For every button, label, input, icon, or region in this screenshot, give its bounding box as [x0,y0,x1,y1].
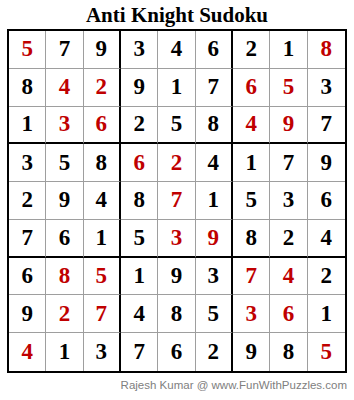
cell-r9c1: 4 [9,333,46,371]
cell-r7c8: 4 [270,258,307,296]
cell-r8c1: 9 [9,295,46,333]
cell-r1c3: 9 [84,31,121,69]
cell-r6c1: 7 [9,220,46,258]
cell-r3c5: 5 [158,107,195,145]
cell-r2c4: 9 [121,69,158,107]
cell-r5c6: 1 [196,182,233,220]
cell-r4c9: 9 [308,144,345,182]
cell-r2c7: 6 [233,69,270,107]
cell-r5c3: 4 [84,182,121,220]
cell-r7c2: 8 [46,258,83,296]
cell-r2c9: 3 [308,69,345,107]
cell-r7c3: 5 [84,258,121,296]
credit-text: Rajesh Kumar @ www.FunWithPuzzles.com [0,379,347,391]
cell-r9c8: 8 [270,333,307,371]
cell-r4c4: 6 [121,144,158,182]
cell-r7c1: 6 [9,258,46,296]
cell-r9c4: 7 [121,333,158,371]
cell-r9c3: 3 [84,333,121,371]
cell-r1c6: 6 [196,31,233,69]
cell-r3c9: 7 [308,107,345,145]
cell-r1c1: 5 [9,31,46,69]
cell-r4c7: 1 [233,144,270,182]
cell-r7c5: 9 [158,258,195,296]
cell-r6c6: 9 [196,220,233,258]
cell-r2c3: 2 [84,69,121,107]
cell-r2c6: 7 [196,69,233,107]
cell-r4c8: 7 [270,144,307,182]
cell-r3c8: 9 [270,107,307,145]
cell-r8c3: 7 [84,295,121,333]
cell-r9c5: 6 [158,333,195,371]
cell-r8c2: 2 [46,295,83,333]
cell-r7c6: 3 [196,258,233,296]
cell-r5c9: 6 [308,182,345,220]
cell-r5c7: 5 [233,182,270,220]
cell-r8c4: 4 [121,295,158,333]
cell-r9c2: 1 [46,333,83,371]
cell-r1c8: 1 [270,31,307,69]
cell-r5c5: 7 [158,182,195,220]
cell-r9c9: 5 [308,333,345,371]
cell-r5c8: 3 [270,182,307,220]
cell-r8c9: 1 [308,295,345,333]
cell-r2c8: 5 [270,69,307,107]
cell-r4c1: 3 [9,144,46,182]
puzzle-title: Anti Knight Sudoku [0,2,354,28]
cell-r2c2: 4 [46,69,83,107]
cell-r9c7: 9 [233,333,270,371]
cell-r2c5: 1 [158,69,195,107]
cell-r3c1: 1 [9,107,46,145]
cell-r3c2: 3 [46,107,83,145]
cell-r6c3: 1 [84,220,121,258]
cell-r6c7: 8 [233,220,270,258]
cell-r7c7: 7 [233,258,270,296]
cell-r6c4: 5 [121,220,158,258]
cell-r7c9: 2 [308,258,345,296]
cell-r4c6: 4 [196,144,233,182]
cell-r8c7: 3 [233,295,270,333]
cell-r1c9: 8 [308,31,345,69]
cell-r1c7: 2 [233,31,270,69]
cell-r1c4: 3 [121,31,158,69]
cell-r5c1: 2 [9,182,46,220]
cell-r6c9: 4 [308,220,345,258]
cell-r8c8: 6 [270,295,307,333]
cell-r3c4: 2 [121,107,158,145]
cell-r9c6: 2 [196,333,233,371]
cell-r4c3: 8 [84,144,121,182]
cell-r3c6: 8 [196,107,233,145]
cell-r8c6: 5 [196,295,233,333]
cell-r6c5: 3 [158,220,195,258]
cell-r3c7: 4 [233,107,270,145]
cell-r6c2: 6 [46,220,83,258]
cell-r1c5: 4 [158,31,195,69]
sudoku-board: 5793462188429176531362584973586241792948… [7,29,347,373]
cell-r1c2: 7 [46,31,83,69]
cell-r7c4: 1 [121,258,158,296]
cell-r6c8: 2 [270,220,307,258]
cell-r3c3: 6 [84,107,121,145]
cell-r2c1: 8 [9,69,46,107]
cell-r4c5: 2 [158,144,195,182]
cell-r8c5: 8 [158,295,195,333]
cell-r5c4: 8 [121,182,158,220]
cell-r5c2: 9 [46,182,83,220]
cell-r4c2: 5 [46,144,83,182]
